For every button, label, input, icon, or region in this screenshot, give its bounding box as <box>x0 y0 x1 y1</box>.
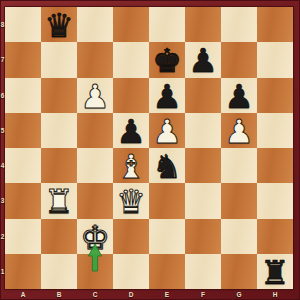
piece-black-pawn[interactable]: ♟ <box>188 44 218 77</box>
square-f5[interactable] <box>185 113 221 148</box>
piece-white-rook[interactable]: ♜ <box>44 185 74 218</box>
piece-black-knight[interactable]: ♞ <box>152 150 182 183</box>
square-g5[interactable]: ♟ <box>221 113 257 148</box>
square-c7[interactable] <box>77 42 113 77</box>
file-labels: ABCDEFGH <box>5 289 293 300</box>
piece-black-king[interactable]: ♚ <box>152 44 182 77</box>
square-d4[interactable]: ♝ <box>113 148 149 183</box>
square-f8[interactable] <box>185 7 221 42</box>
square-f6[interactable] <box>185 78 221 113</box>
square-d2[interactable] <box>113 219 149 254</box>
square-g3[interactable] <box>221 183 257 218</box>
piece-black-pawn[interactable]: ♟ <box>152 80 182 113</box>
piece-black-pawn[interactable]: ♟ <box>116 115 146 148</box>
square-h1[interactable]: ♜ <box>257 254 293 289</box>
piece-white-pawn[interactable]: ♟ <box>224 115 254 148</box>
square-b7[interactable] <box>41 42 77 77</box>
piece-black-queen[interactable]: ♛ <box>44 9 74 42</box>
square-h5[interactable] <box>257 113 293 148</box>
square-e5[interactable]: ♟ <box>149 113 185 148</box>
square-d1[interactable] <box>113 254 149 289</box>
square-b1[interactable] <box>41 254 77 289</box>
square-a6[interactable] <box>5 78 41 113</box>
square-h4[interactable] <box>257 148 293 183</box>
board: ♛♚♟♟♟♟♟♟♟♝♞♜♛♚♜ <box>5 7 293 289</box>
square-b6[interactable] <box>41 78 77 113</box>
square-h8[interactable] <box>257 7 293 42</box>
rank-label-1: 1 <box>0 254 5 289</box>
piece-white-queen[interactable]: ♛ <box>116 185 146 218</box>
square-a7[interactable] <box>5 42 41 77</box>
square-c4[interactable] <box>77 148 113 183</box>
square-c1[interactable] <box>77 254 113 289</box>
file-label-c: C <box>77 289 113 300</box>
square-b2[interactable] <box>41 219 77 254</box>
square-d7[interactable] <box>113 42 149 77</box>
square-a1[interactable] <box>5 254 41 289</box>
square-b5[interactable] <box>41 113 77 148</box>
piece-white-pawn[interactable]: ♟ <box>152 115 182 148</box>
rank-label-2: 2 <box>0 219 5 254</box>
piece-white-king[interactable]: ♚ <box>80 221 110 254</box>
square-e2[interactable] <box>149 219 185 254</box>
square-c8[interactable] <box>77 7 113 42</box>
square-e6[interactable]: ♟ <box>149 78 185 113</box>
square-e3[interactable] <box>149 183 185 218</box>
square-c6[interactable]: ♟ <box>77 78 113 113</box>
rank-label-8: 8 <box>0 7 5 42</box>
rank-label-4: 4 <box>0 148 5 183</box>
piece-white-pawn[interactable]: ♟ <box>80 80 110 113</box>
square-g6[interactable]: ♟ <box>221 78 257 113</box>
square-d3[interactable]: ♛ <box>113 183 149 218</box>
square-c2[interactable]: ♚ <box>77 219 113 254</box>
square-a5[interactable] <box>5 113 41 148</box>
square-a4[interactable] <box>5 148 41 183</box>
square-g7[interactable] <box>221 42 257 77</box>
file-label-h: H <box>257 289 293 300</box>
square-b4[interactable] <box>41 148 77 183</box>
piece-black-pawn[interactable]: ♟ <box>224 80 254 113</box>
square-h6[interactable] <box>257 78 293 113</box>
square-h3[interactable] <box>257 183 293 218</box>
square-f2[interactable] <box>185 219 221 254</box>
square-h2[interactable] <box>257 219 293 254</box>
square-g1[interactable] <box>221 254 257 289</box>
file-label-g: G <box>221 289 257 300</box>
rank-labels: 87654321 <box>0 7 5 289</box>
square-f1[interactable] <box>185 254 221 289</box>
square-h7[interactable] <box>257 42 293 77</box>
rank-label-5: 5 <box>0 113 5 148</box>
piece-black-rook[interactable]: ♜ <box>260 256 290 289</box>
square-g2[interactable] <box>221 219 257 254</box>
square-g8[interactable] <box>221 7 257 42</box>
square-e4[interactable]: ♞ <box>149 148 185 183</box>
square-f3[interactable] <box>185 183 221 218</box>
square-c5[interactable] <box>77 113 113 148</box>
square-f7[interactable]: ♟ <box>185 42 221 77</box>
chess-board-window: ♛♚♟♟♟♟♟♟♟♝♞♜♛♚♜ 87654321 ABCDEFGH <box>0 0 300 300</box>
square-d8[interactable] <box>113 7 149 42</box>
square-e1[interactable] <box>149 254 185 289</box>
rank-label-7: 7 <box>0 42 5 77</box>
square-b8[interactable]: ♛ <box>41 7 77 42</box>
rank-label-3: 3 <box>0 183 5 218</box>
square-a8[interactable] <box>5 7 41 42</box>
file-label-b: B <box>41 289 77 300</box>
file-label-f: F <box>185 289 221 300</box>
piece-white-bishop[interactable]: ♝ <box>116 150 146 183</box>
square-d6[interactable] <box>113 78 149 113</box>
square-a2[interactable] <box>5 219 41 254</box>
square-f4[interactable] <box>185 148 221 183</box>
square-e8[interactable] <box>149 7 185 42</box>
square-a3[interactable] <box>5 183 41 218</box>
square-g4[interactable] <box>221 148 257 183</box>
file-label-d: D <box>113 289 149 300</box>
square-e7[interactable]: ♚ <box>149 42 185 77</box>
file-label-e: E <box>149 289 185 300</box>
square-d5[interactable]: ♟ <box>113 113 149 148</box>
rank-label-6: 6 <box>0 78 5 113</box>
file-label-a: A <box>5 289 41 300</box>
square-b3[interactable]: ♜ <box>41 183 77 218</box>
square-c3[interactable] <box>77 183 113 218</box>
